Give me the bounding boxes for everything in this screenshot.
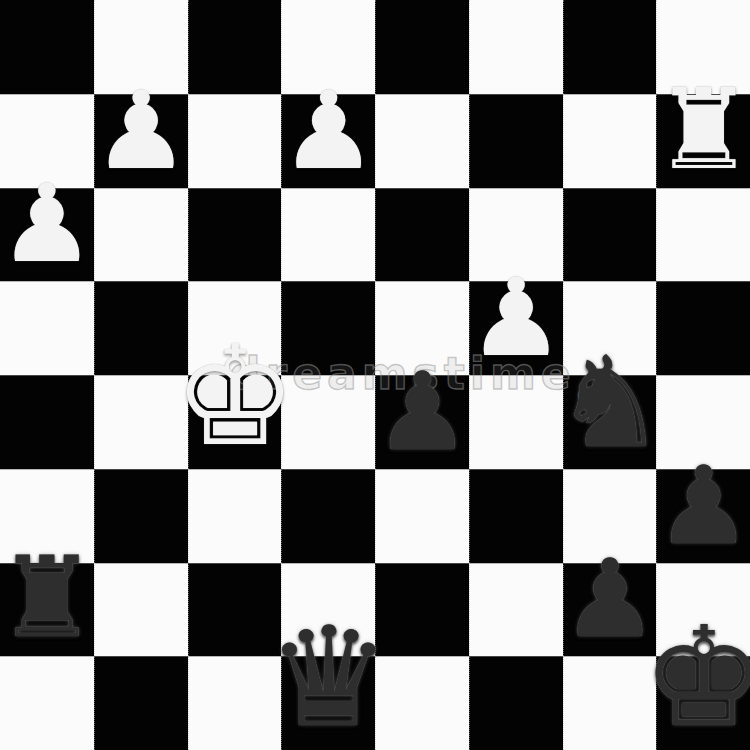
square-h3[interactable]: ♟ xyxy=(656,469,750,563)
square-h8[interactable] xyxy=(656,0,750,94)
square-g3[interactable] xyxy=(563,469,657,563)
square-e5[interactable] xyxy=(375,281,469,375)
square-a7[interactable] xyxy=(0,94,94,188)
square-h7[interactable]: ♜ xyxy=(656,94,750,188)
square-f7[interactable] xyxy=(469,94,563,188)
square-b5[interactable] xyxy=(94,281,188,375)
square-d8[interactable] xyxy=(281,0,375,94)
square-f8[interactable] xyxy=(469,0,563,94)
square-d4[interactable] xyxy=(281,375,375,469)
square-b3[interactable] xyxy=(94,469,188,563)
square-e6[interactable] xyxy=(375,188,469,282)
square-e7[interactable] xyxy=(375,94,469,188)
square-d2[interactable] xyxy=(281,563,375,657)
square-h5[interactable] xyxy=(656,281,750,375)
square-f6[interactable] xyxy=(469,188,563,282)
square-g7[interactable] xyxy=(563,94,657,188)
square-e4[interactable]: ♟ xyxy=(375,375,469,469)
square-f1[interactable] xyxy=(469,656,563,750)
square-f3[interactable] xyxy=(469,469,563,563)
square-h4[interactable] xyxy=(656,375,750,469)
square-a2[interactable]: ♜ xyxy=(0,563,94,657)
square-g6[interactable] xyxy=(563,188,657,282)
square-c7[interactable] xyxy=(188,94,282,188)
square-d7[interactable]: ♟ xyxy=(281,94,375,188)
square-a1[interactable] xyxy=(0,656,94,750)
square-h1[interactable]: ♚ xyxy=(656,656,750,750)
chess-board: ♟♟♜♟♟♚♟♞♟♜♟♛♚ xyxy=(0,0,750,750)
square-b4[interactable] xyxy=(94,375,188,469)
square-d1[interactable]: ♛ xyxy=(281,656,375,750)
square-h2[interactable] xyxy=(656,563,750,657)
square-a6[interactable]: ♟ xyxy=(0,188,94,282)
square-e2[interactable] xyxy=(375,563,469,657)
square-b6[interactable] xyxy=(94,188,188,282)
square-f4[interactable] xyxy=(469,375,563,469)
square-e8[interactable] xyxy=(375,0,469,94)
square-b7[interactable]: ♟ xyxy=(94,94,188,188)
square-c4[interactable]: ♚ xyxy=(188,375,282,469)
square-e1[interactable] xyxy=(375,656,469,750)
square-a3[interactable] xyxy=(0,469,94,563)
square-c1[interactable] xyxy=(188,656,282,750)
square-g8[interactable] xyxy=(563,0,657,94)
square-a5[interactable] xyxy=(0,281,94,375)
square-g2[interactable]: ♟ xyxy=(563,563,657,657)
square-e3[interactable] xyxy=(375,469,469,563)
square-h6[interactable] xyxy=(656,188,750,282)
square-c5[interactable] xyxy=(188,281,282,375)
square-c3[interactable] xyxy=(188,469,282,563)
square-a4[interactable] xyxy=(0,375,94,469)
square-g5[interactable] xyxy=(563,281,657,375)
square-c2[interactable] xyxy=(188,563,282,657)
square-d6[interactable] xyxy=(281,188,375,282)
square-d5[interactable] xyxy=(281,281,375,375)
square-a8[interactable] xyxy=(0,0,94,94)
square-c8[interactable] xyxy=(188,0,282,94)
square-d3[interactable] xyxy=(281,469,375,563)
square-b1[interactable] xyxy=(94,656,188,750)
chess-board-image: ♟♟♜♟♟♚♟♞♟♜♟♛♚ dreamstime® xyxy=(0,0,750,750)
square-f2[interactable] xyxy=(469,563,563,657)
square-c6[interactable] xyxy=(188,188,282,282)
square-f5[interactable]: ♟ xyxy=(469,281,563,375)
square-b2[interactable] xyxy=(94,563,188,657)
square-g1[interactable] xyxy=(563,656,657,750)
square-g4[interactable]: ♞ xyxy=(563,375,657,469)
square-b8[interactable] xyxy=(94,0,188,94)
